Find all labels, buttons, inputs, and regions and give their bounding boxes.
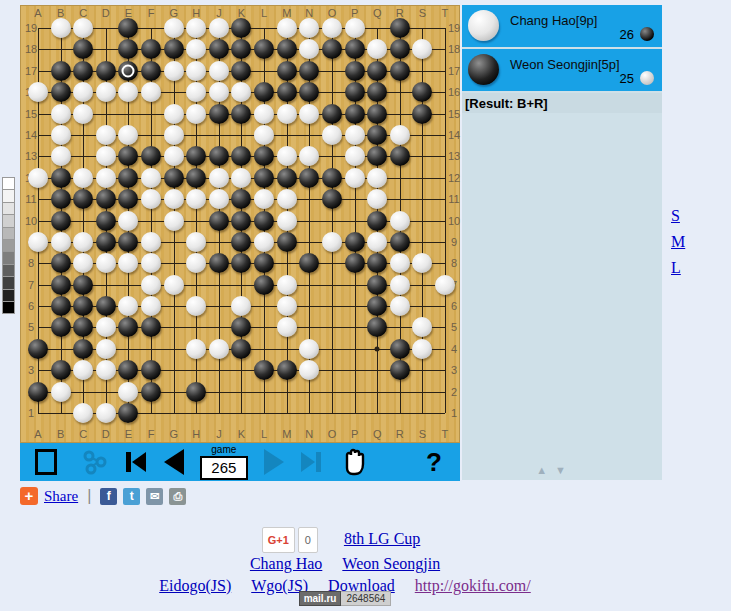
coordinate-label: C <box>79 429 87 440</box>
stone-white <box>96 360 116 380</box>
stone-black <box>231 61 251 81</box>
next-move-button[interactable] <box>254 443 293 481</box>
stone-white <box>254 189 274 209</box>
to-start-button[interactable] <box>119 443 155 481</box>
prev-move-button[interactable] <box>154 443 193 481</box>
coordinate-label: 8 <box>28 258 34 269</box>
black-stone-icon <box>468 54 499 85</box>
stone-black <box>51 211 71 231</box>
stone-black <box>277 232 297 252</box>
stone-black <box>367 275 387 295</box>
coordinate-label: 19 <box>25 23 37 34</box>
stone-white <box>231 82 251 102</box>
stone-white <box>164 211 184 231</box>
coordinate-label: H <box>192 8 200 19</box>
stone-black <box>231 339 251 359</box>
stone-black <box>118 317 138 337</box>
coordinate-label: R <box>396 429 404 440</box>
stone-white <box>96 253 116 273</box>
coordinate-label: L <box>261 8 267 19</box>
white-stone-icon <box>468 10 499 41</box>
stone-white <box>96 125 116 145</box>
coordinate-label: T <box>442 429 449 440</box>
stone-white <box>51 382 71 402</box>
black-player-card: Weon Seongjin[5p] 25 <box>462 49 662 91</box>
stone-white <box>367 232 387 252</box>
stone-white <box>186 232 206 252</box>
stone-black <box>186 168 206 188</box>
coordinate-label: 2 <box>451 386 457 397</box>
stone-white <box>186 253 206 273</box>
stone-black <box>367 317 387 337</box>
move-number-input[interactable] <box>200 456 248 480</box>
stone-white <box>345 168 365 188</box>
stone-white <box>186 296 206 316</box>
coordinate-label: N <box>305 429 313 440</box>
stone-black <box>345 39 365 59</box>
size-small-link[interactable]: S <box>671 203 685 229</box>
mailru-badge[interactable]: mail.ru <box>299 591 342 606</box>
stone-white <box>73 104 93 124</box>
coordinate-label: H <box>192 429 200 440</box>
stone-black <box>231 232 251 252</box>
stone-black <box>51 253 71 273</box>
stone-black <box>322 189 342 209</box>
next-icon <box>260 448 288 476</box>
counter-badge: mail.ru2648564 <box>0 588 690 606</box>
shade-step <box>2 177 15 190</box>
stone-black <box>322 39 342 59</box>
coordinate-label: 1 <box>28 408 34 419</box>
white-player-card: Chang Hao[9p] 26 <box>462 5 662 47</box>
coordinate-label: A <box>34 8 41 19</box>
stone-black <box>51 82 71 102</box>
stone-white <box>96 339 116 359</box>
coordinate-label: 14 <box>25 129 37 140</box>
stone-white <box>118 382 138 402</box>
stone-black <box>73 61 93 81</box>
coordinate-label: Q <box>373 429 382 440</box>
game-info-panel: Chang Hao[9p] 26 Weon Seongjin[5p] 25 [R… <box>462 5 662 480</box>
coordinate-label: 3 <box>28 365 34 376</box>
coordinate-label: 4 <box>451 343 457 354</box>
stone-white <box>164 189 184 209</box>
stone-black <box>118 189 138 209</box>
coordinate-label: 11 <box>448 194 459 205</box>
coordinate-label: E <box>125 429 132 440</box>
coordinate-label: 8 <box>451 258 457 269</box>
stone-white <box>277 275 297 295</box>
coordinate-label: E <box>125 8 132 19</box>
stone-black <box>367 146 387 166</box>
stone-white <box>209 339 229 359</box>
gplus-button[interactable]: G+1 <box>262 527 295 553</box>
shade-step <box>2 202 15 215</box>
stone-white <box>367 168 387 188</box>
stone-white <box>322 18 342 38</box>
stone-white <box>28 82 48 102</box>
stone-black <box>51 296 71 316</box>
stone-white <box>186 339 206 359</box>
stone-white <box>412 339 432 359</box>
help-icon: ? <box>426 447 442 478</box>
player1-link[interactable]: Chang Hao <box>250 555 322 572</box>
stone-black <box>345 82 365 102</box>
coordinate-label: 17 <box>448 65 460 76</box>
stone-black <box>51 317 71 337</box>
share-row: + Share | f t ✉ ⎙ <box>20 487 186 505</box>
stone-black <box>277 168 297 188</box>
stone-black <box>390 339 410 359</box>
stone-white <box>141 232 161 252</box>
stone-black <box>209 39 229 59</box>
visit-counter: 2648564 <box>341 591 391 606</box>
variation-button[interactable] <box>72 443 119 481</box>
stone-black <box>322 168 342 188</box>
stone-white <box>164 146 184 166</box>
stone-black <box>254 360 274 380</box>
coordinate-label: 10 <box>448 215 460 226</box>
white-player-name: Chang Hao[9p] <box>510 13 597 28</box>
grid-line <box>332 28 333 413</box>
skip-to-start-icon <box>124 450 148 474</box>
stone-black <box>51 360 71 380</box>
captured-black-stone-icon <box>640 27 654 41</box>
stone-black <box>390 39 410 59</box>
coordinate-label: P <box>351 8 358 19</box>
stone-white <box>51 146 71 166</box>
stone-white <box>412 39 432 59</box>
size-large-link[interactable]: L <box>671 255 685 281</box>
shade-step <box>2 214 15 227</box>
stone-black <box>96 189 116 209</box>
stone-white <box>390 211 410 231</box>
stone-black <box>367 253 387 273</box>
stone-white <box>209 189 229 209</box>
stone-white <box>322 232 342 252</box>
stone-white <box>141 296 161 316</box>
stone-black <box>345 253 365 273</box>
stone-white <box>73 18 93 38</box>
coordinate-label: L <box>261 429 267 440</box>
stone-black <box>231 146 251 166</box>
stone-black <box>186 382 206 402</box>
stone-white <box>118 211 138 231</box>
last-move-marker <box>122 64 135 77</box>
stone-white <box>51 104 71 124</box>
stone-black <box>299 82 319 102</box>
stone-black <box>96 61 116 81</box>
playback-toolbar: game ? <box>20 443 460 481</box>
stone-black <box>118 18 138 38</box>
stone-white <box>73 403 93 423</box>
stone-black <box>209 253 229 273</box>
stone-black <box>96 211 116 231</box>
grid-line <box>38 392 445 393</box>
stone-white <box>96 403 116 423</box>
stone-black <box>412 82 432 102</box>
stone-black <box>390 18 410 38</box>
coordinate-label: 17 <box>25 65 37 76</box>
move-counter-label: game <box>211 445 236 455</box>
stone-white <box>345 146 365 166</box>
stone-white <box>435 275 455 295</box>
stone-white <box>277 211 297 231</box>
stone-white <box>299 339 319 359</box>
coordinate-label: B <box>57 8 64 19</box>
coordinate-label: F <box>148 8 155 19</box>
stone-white <box>231 296 251 316</box>
stone-white <box>186 104 206 124</box>
coordinate-label: 6 <box>28 301 34 312</box>
coordinate-label: 18 <box>448 44 460 55</box>
stone-black <box>231 104 251 124</box>
stone-black <box>209 211 229 231</box>
coordinate-label: D <box>102 429 110 440</box>
coordinate-label: 19 <box>448 23 460 34</box>
skip-to-end-icon <box>299 450 323 474</box>
shade-step <box>2 189 15 202</box>
stone-black <box>73 39 93 59</box>
stone-black <box>73 189 93 209</box>
stone-black <box>390 360 410 380</box>
stone-white <box>118 253 138 273</box>
stone-black <box>299 61 319 81</box>
black-player-name: Weon Seongjin[5p] <box>510 57 620 72</box>
coordinate-label: 12 <box>448 172 460 183</box>
stone-white <box>367 189 387 209</box>
to-end-button[interactable] <box>293 443 329 481</box>
stone-black <box>231 189 251 209</box>
sharethis-icon[interactable]: + <box>20 487 38 505</box>
twitter-icon[interactable]: t <box>123 488 140 505</box>
help-button[interactable]: ? <box>379 443 460 481</box>
stone-white <box>277 18 297 38</box>
stone-white <box>73 360 93 380</box>
stone-black <box>345 232 365 252</box>
stone-black <box>277 360 297 380</box>
stone-black <box>209 146 229 166</box>
stone-white <box>96 146 116 166</box>
stone-white <box>209 18 229 38</box>
stone-black <box>390 146 410 166</box>
stop-icon <box>35 449 57 475</box>
shade-step <box>2 239 15 252</box>
gplus-count: 0 <box>298 527 318 553</box>
coordinate-label: K <box>238 8 245 19</box>
stone-white <box>73 253 93 273</box>
stone-white <box>345 18 365 38</box>
stone-black <box>73 339 93 359</box>
stone-black <box>51 189 71 209</box>
stone-black <box>28 339 48 359</box>
panel-scroll-arrows[interactable]: ▲▼ <box>536 464 574 476</box>
stone-white <box>299 39 319 59</box>
stone-white <box>231 168 251 188</box>
gplus-widget[interactable]: G+10 <box>262 527 318 553</box>
coordinate-label: 11 <box>25 194 36 205</box>
stone-white <box>118 296 138 316</box>
coordinate-label: J <box>216 429 222 440</box>
email-icon[interactable]: ✉ <box>146 488 163 505</box>
stone-white <box>254 232 274 252</box>
stone-white <box>277 104 297 124</box>
coordinate-label: 5 <box>451 322 457 333</box>
coordinate-label: 5 <box>28 322 34 333</box>
stone-black <box>141 39 161 59</box>
size-medium-link[interactable]: M <box>671 229 685 255</box>
stone-white <box>186 39 206 59</box>
stone-black <box>96 232 116 252</box>
coordinate-label: 7 <box>28 279 34 290</box>
hand-icon <box>341 448 367 476</box>
stone-white <box>186 18 206 38</box>
stone-black <box>231 211 251 231</box>
stone-white <box>51 125 71 145</box>
stone-white <box>73 168 93 188</box>
stone-black <box>367 211 387 231</box>
stone-white <box>28 232 48 252</box>
stone-black <box>51 168 71 188</box>
stone-white <box>299 18 319 38</box>
stone-black <box>28 382 48 402</box>
coordinate-label: N <box>305 8 313 19</box>
print-icon[interactable]: ⎙ <box>169 488 186 505</box>
stone-black <box>254 253 274 273</box>
stone-black <box>367 296 387 316</box>
stone-white <box>277 189 297 209</box>
coordinate-label: 15 <box>25 108 37 119</box>
stone-shade-strip <box>2 178 15 314</box>
player2-link[interactable]: Weon Seongjin <box>342 555 440 572</box>
stone-black <box>367 82 387 102</box>
stone-black <box>231 39 251 59</box>
stone-black <box>299 253 319 273</box>
stone-white <box>141 275 161 295</box>
stone-white <box>209 61 229 81</box>
coordinate-label: G <box>169 429 178 440</box>
shade-step <box>2 227 15 240</box>
coordinate-label: T <box>442 8 449 19</box>
stone-black <box>118 232 138 252</box>
coordinate-label: 6 <box>451 301 457 312</box>
footer-links: G+10 8th LG Cup Chang Hao Weon Seongjin … <box>0 527 690 597</box>
stone-white <box>277 317 297 337</box>
coordinate-label: 1 <box>451 408 457 419</box>
stone-white <box>141 189 161 209</box>
stone-black <box>118 360 138 380</box>
pass-tool-button[interactable] <box>329 443 379 481</box>
stone-black <box>254 275 274 295</box>
stone-white <box>164 104 184 124</box>
stone-white <box>96 168 116 188</box>
coordinate-label: D <box>102 8 110 19</box>
stone-white <box>412 253 432 273</box>
stone-black <box>96 296 116 316</box>
stone-black <box>51 275 71 295</box>
stone-white <box>51 232 71 252</box>
stone-black <box>118 168 138 188</box>
stone-white <box>209 82 229 102</box>
stone-black <box>367 104 387 124</box>
stone-black <box>231 317 251 337</box>
board-size-links: S M L <box>671 203 685 281</box>
stone-black <box>164 39 184 59</box>
share-link[interactable]: Share <box>44 488 78 505</box>
coordinate-label: 15 <box>448 108 460 119</box>
stone-white <box>164 125 184 145</box>
captured-white-stone-icon <box>640 71 654 85</box>
stone-white <box>186 61 206 81</box>
stone-white <box>164 275 184 295</box>
move-counter: game <box>200 445 248 480</box>
coordinate-label: A <box>34 429 41 440</box>
coordinate-label: P <box>351 429 358 440</box>
stone-black <box>277 82 297 102</box>
stone-black <box>73 275 93 295</box>
coordinate-label: O <box>328 8 337 19</box>
stone-white <box>73 232 93 252</box>
event-link[interactable]: 8th LG Cup <box>344 530 420 547</box>
white-captures-count: 26 <box>620 27 634 42</box>
coordinate-label: R <box>396 8 404 19</box>
stone-white <box>96 82 116 102</box>
stone-white <box>277 296 297 316</box>
stone-black <box>412 104 432 124</box>
coordinate-label: 14 <box>448 129 460 140</box>
stone-white <box>322 125 342 145</box>
stone-black <box>254 146 274 166</box>
coordinate-label: O <box>328 429 337 440</box>
stone-black <box>390 232 410 252</box>
previous-icon <box>160 448 188 476</box>
stone-white <box>141 253 161 273</box>
stone-white <box>299 146 319 166</box>
stone-white <box>254 125 274 145</box>
goban[interactable]: AABBCCDDEEFFGGHHJJKKLLMMNNOOPPQQRRSSTT19… <box>20 5 460 443</box>
shade-step <box>2 301 15 314</box>
coordinate-label: M <box>282 429 291 440</box>
stone-white <box>118 82 138 102</box>
coordinate-label: B <box>57 429 64 440</box>
facebook-icon[interactable]: f <box>100 488 117 505</box>
coordinate-label: 3 <box>451 365 457 376</box>
coordinate-label: C <box>79 8 87 19</box>
stone-black <box>254 39 274 59</box>
stone-white <box>390 125 410 145</box>
stone-white <box>299 104 319 124</box>
shade-step <box>2 289 15 302</box>
stone-black <box>367 61 387 81</box>
stone-white <box>141 82 161 102</box>
stone-black <box>390 61 410 81</box>
stone-black <box>118 403 138 423</box>
stone-black <box>367 125 387 145</box>
shade-step <box>2 264 15 277</box>
stone-white <box>96 317 116 337</box>
stone-white <box>186 189 206 209</box>
stone-black <box>141 382 161 402</box>
stone-black <box>141 61 161 81</box>
stone-white <box>118 125 138 145</box>
stone-black <box>118 146 138 166</box>
stop-button[interactable] <box>20 443 72 481</box>
stone-white <box>164 61 184 81</box>
stone-white <box>390 253 410 273</box>
coordinate-label: S <box>419 429 426 440</box>
stone-black <box>322 104 342 124</box>
stone-white <box>164 18 184 38</box>
